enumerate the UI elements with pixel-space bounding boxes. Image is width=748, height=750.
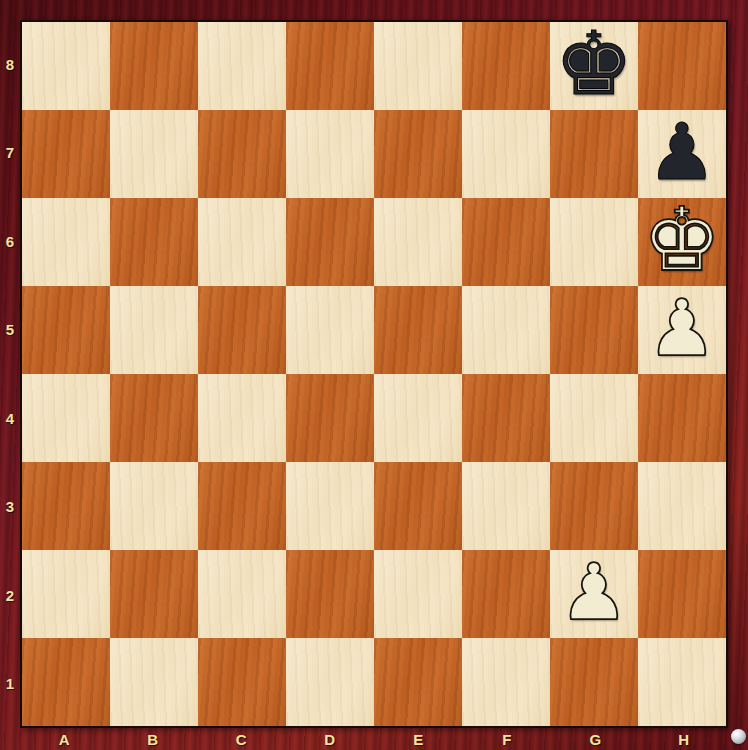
black-king-g8[interactable]: ♚: [555, 20, 634, 108]
square-d3[interactable]: [286, 462, 374, 550]
square-e7[interactable]: [374, 110, 462, 198]
rank-label-6: 6: [0, 197, 20, 286]
square-g2[interactable]: ♟: [550, 550, 638, 638]
square-c8[interactable]: [198, 22, 286, 110]
square-h2[interactable]: [638, 550, 726, 638]
square-b6[interactable]: [110, 198, 198, 286]
square-a1[interactable]: [22, 638, 110, 726]
square-b2[interactable]: [110, 550, 198, 638]
square-f6[interactable]: [462, 198, 550, 286]
square-f4[interactable]: [462, 374, 550, 462]
square-d8[interactable]: [286, 22, 374, 110]
square-h5[interactable]: ♟: [638, 286, 726, 374]
file-label-h: H: [640, 728, 729, 750]
square-b5[interactable]: [110, 286, 198, 374]
square-h8[interactable]: [638, 22, 726, 110]
white-king-h6[interactable]: ♚: [643, 196, 722, 284]
square-h1[interactable]: [638, 638, 726, 726]
square-f5[interactable]: [462, 286, 550, 374]
square-c4[interactable]: [198, 374, 286, 462]
square-g1[interactable]: [550, 638, 638, 726]
rank-label-2: 2: [0, 551, 20, 640]
square-e5[interactable]: [374, 286, 462, 374]
square-c5[interactable]: [198, 286, 286, 374]
square-f8[interactable]: [462, 22, 550, 110]
file-labels: ABCDEFGH: [20, 728, 728, 750]
square-a6[interactable]: [22, 198, 110, 286]
white-pawn-g2[interactable]: ♟: [559, 553, 629, 631]
square-b1[interactable]: [110, 638, 198, 726]
square-d5[interactable]: [286, 286, 374, 374]
board-border: ♚♟♚♟♟: [20, 20, 728, 728]
chess-board: ♚♟♚♟♟: [22, 22, 726, 726]
rank-label-8: 8: [0, 20, 20, 109]
corner-ball-icon: [731, 729, 746, 744]
square-d6[interactable]: [286, 198, 374, 286]
square-d7[interactable]: [286, 110, 374, 198]
square-c2[interactable]: [198, 550, 286, 638]
square-a3[interactable]: [22, 462, 110, 550]
square-g3[interactable]: [550, 462, 638, 550]
square-g8[interactable]: ♚: [550, 22, 638, 110]
file-label-f: F: [463, 728, 552, 750]
file-label-b: B: [109, 728, 198, 750]
square-h6[interactable]: ♚: [638, 198, 726, 286]
square-d4[interactable]: [286, 374, 374, 462]
file-label-e: E: [374, 728, 463, 750]
square-b4[interactable]: [110, 374, 198, 462]
white-pawn-h5[interactable]: ♟: [647, 289, 717, 367]
rank-label-4: 4: [0, 374, 20, 463]
square-f1[interactable]: [462, 638, 550, 726]
square-a7[interactable]: [22, 110, 110, 198]
square-f2[interactable]: [462, 550, 550, 638]
file-label-c: C: [197, 728, 286, 750]
square-c3[interactable]: [198, 462, 286, 550]
rank-label-7: 7: [0, 109, 20, 198]
square-e6[interactable]: [374, 198, 462, 286]
square-a2[interactable]: [22, 550, 110, 638]
square-h4[interactable]: [638, 374, 726, 462]
square-c7[interactable]: [198, 110, 286, 198]
square-b3[interactable]: [110, 462, 198, 550]
square-g6[interactable]: [550, 198, 638, 286]
square-e8[interactable]: [374, 22, 462, 110]
rank-label-3: 3: [0, 463, 20, 552]
square-b7[interactable]: [110, 110, 198, 198]
square-e2[interactable]: [374, 550, 462, 638]
square-h3[interactable]: [638, 462, 726, 550]
rank-label-5: 5: [0, 286, 20, 375]
square-g4[interactable]: [550, 374, 638, 462]
square-a4[interactable]: [22, 374, 110, 462]
square-h7[interactable]: ♟: [638, 110, 726, 198]
file-label-g: G: [551, 728, 640, 750]
square-d2[interactable]: [286, 550, 374, 638]
square-b8[interactable]: [110, 22, 198, 110]
square-f3[interactable]: [462, 462, 550, 550]
file-label-d: D: [286, 728, 375, 750]
black-pawn-h7[interactable]: ♟: [647, 113, 717, 191]
square-a5[interactable]: [22, 286, 110, 374]
file-label-a: A: [20, 728, 109, 750]
rank-label-1: 1: [0, 640, 20, 729]
square-e3[interactable]: [374, 462, 462, 550]
square-c6[interactable]: [198, 198, 286, 286]
square-a8[interactable]: [22, 22, 110, 110]
square-e4[interactable]: [374, 374, 462, 462]
chess-app-window: 87654321 ♚♟♚♟♟ ABCDEFGH: [0, 0, 748, 750]
square-d1[interactable]: [286, 638, 374, 726]
square-g7[interactable]: [550, 110, 638, 198]
square-e1[interactable]: [374, 638, 462, 726]
rank-labels: 87654321: [0, 20, 20, 728]
square-f7[interactable]: [462, 110, 550, 198]
square-c1[interactable]: [198, 638, 286, 726]
square-g5[interactable]: [550, 286, 638, 374]
